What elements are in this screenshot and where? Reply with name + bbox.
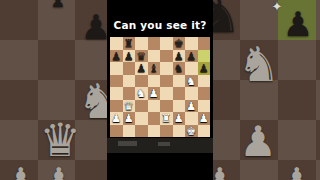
background-board-left <box>0 0 113 180</box>
square-f3[interactable] <box>173 100 186 113</box>
square-h6[interactable]: ♟ <box>198 62 211 75</box>
background-square <box>0 80 38 120</box>
square-e8[interactable] <box>160 37 173 50</box>
square-b1[interactable] <box>123 125 136 138</box>
square-d3[interactable] <box>148 100 161 113</box>
background-square <box>240 160 278 180</box>
square-g8[interactable] <box>185 37 198 50</box>
square-a2[interactable]: ♟ <box>110 112 123 125</box>
square-b4[interactable] <box>123 87 136 100</box>
square-g1[interactable]: ♚ <box>185 125 198 138</box>
square-a3[interactable] <box>110 100 123 113</box>
white-queen-piece: ♛ <box>123 100 136 113</box>
square-g5[interactable]: ♞ <box>185 75 198 88</box>
white-rook-piece: ♜ <box>160 112 173 125</box>
white-pawn-piece: ♟ <box>185 100 198 113</box>
background-square <box>38 120 76 160</box>
square-g3[interactable]: ♟ <box>185 100 198 113</box>
chess-board: ♜♚♟♟♛♟♟♟♝♞♟♞♞♟♛♟♟♟♜♟♟♚ <box>110 37 210 137</box>
square-e2[interactable]: ♜ <box>160 112 173 125</box>
white-knight-piece: ♞ <box>185 75 198 88</box>
square-a6[interactable] <box>110 62 123 75</box>
video-title: Can you see it? <box>107 19 213 31</box>
background-square <box>316 160 320 180</box>
square-a5[interactable] <box>110 75 123 88</box>
black-knight-piece: ♞ <box>173 62 186 75</box>
square-d1[interactable] <box>148 125 161 138</box>
square-e1[interactable] <box>160 125 173 138</box>
square-g6[interactable] <box>185 62 198 75</box>
square-e3[interactable] <box>160 100 173 113</box>
toolbar-marks-icon <box>158 142 170 146</box>
background-square <box>38 80 76 120</box>
square-d5[interactable] <box>148 75 161 88</box>
phone-video-frame: Can you see it? ♜♚♟♟♛♟♟♟♝♞♟♞♞♟♛♟♟♟♜♟♟♚ <box>107 0 213 180</box>
white-pawn-piece: ♟ <box>110 112 123 125</box>
video-frame: ♟♟♞♛♟♟♞♟✦♞♟♟♟ Can you see it? ♜♚♟♟♛♟♟♟♝♞… <box>0 0 320 180</box>
square-h8[interactable] <box>198 37 211 50</box>
square-a7[interactable]: ♟ <box>110 50 123 63</box>
square-g4[interactable] <box>185 87 198 100</box>
background-square <box>240 40 278 80</box>
square-e4[interactable] <box>160 87 173 100</box>
square-a4[interactable] <box>110 87 123 100</box>
square-f2[interactable]: ♟ <box>173 112 186 125</box>
white-pawn-piece: ♟ <box>198 112 211 125</box>
white-pawn-piece: ♟ <box>123 112 136 125</box>
black-pawn-piece: ♟ <box>198 62 211 75</box>
square-g7[interactable]: ♟ <box>185 50 198 63</box>
square-c6[interactable]: ♟ <box>135 62 148 75</box>
square-h2[interactable]: ♟ <box>198 112 211 125</box>
square-c1[interactable] <box>135 125 148 138</box>
background-board-right <box>202 0 320 180</box>
black-bishop-piece: ♝ <box>148 62 161 75</box>
square-f5[interactable] <box>173 75 186 88</box>
square-b6[interactable] <box>123 62 136 75</box>
bottom-bar <box>107 138 213 153</box>
square-h4[interactable] <box>198 87 211 100</box>
square-d8[interactable] <box>148 37 161 50</box>
square-e7[interactable] <box>160 50 173 63</box>
square-d7[interactable] <box>148 50 161 63</box>
background-square <box>0 160 38 180</box>
square-b5[interactable] <box>123 75 136 88</box>
background-square <box>278 80 316 120</box>
square-g2[interactable] <box>185 112 198 125</box>
white-pawn-piece: ♟ <box>148 87 161 100</box>
background-square <box>278 0 316 40</box>
square-f4[interactable] <box>173 87 186 100</box>
background-square <box>0 0 38 40</box>
square-c5[interactable] <box>135 75 148 88</box>
black-queen-piece: ♛ <box>135 50 148 63</box>
background-square <box>316 120 320 160</box>
white-king-piece: ♚ <box>185 125 198 138</box>
square-c3[interactable] <box>135 100 148 113</box>
square-d6[interactable]: ♝ <box>148 62 161 75</box>
background-square <box>278 120 316 160</box>
square-h7[interactable] <box>198 50 211 63</box>
black-pawn-piece: ♟ <box>123 50 136 63</box>
square-h1[interactable] <box>198 125 211 138</box>
background-square <box>278 160 316 180</box>
toolbar-marks-icon <box>118 141 137 146</box>
square-e6[interactable] <box>160 62 173 75</box>
square-b3[interactable]: ♛ <box>123 100 136 113</box>
black-pawn-piece: ♟ <box>135 62 148 75</box>
square-a1[interactable] <box>110 125 123 138</box>
square-c2[interactable] <box>135 112 148 125</box>
background-square <box>38 0 76 40</box>
background-square <box>240 0 278 40</box>
background-square <box>240 80 278 120</box>
black-pawn-piece: ♟ <box>110 50 123 63</box>
square-h5[interactable] <box>198 75 211 88</box>
black-pawn-piece: ♟ <box>185 50 198 63</box>
background-square <box>0 40 38 80</box>
white-pawn-piece: ♟ <box>173 112 186 125</box>
square-h3[interactable] <box>198 100 211 113</box>
square-d4[interactable]: ♟ <box>148 87 161 100</box>
square-f8[interactable]: ♚ <box>173 37 186 50</box>
square-b7[interactable]: ♟ <box>123 50 136 63</box>
background-square <box>316 0 320 40</box>
square-b8[interactable]: ♜ <box>123 37 136 50</box>
square-a8[interactable] <box>110 37 123 50</box>
background-square <box>316 40 320 80</box>
white-knight-piece: ♞ <box>135 87 148 100</box>
square-b2[interactable]: ♟ <box>123 112 136 125</box>
background-square <box>38 40 76 80</box>
background-square <box>240 120 278 160</box>
black-rook-piece: ♜ <box>123 37 136 50</box>
background-square <box>316 80 320 120</box>
square-c4[interactable]: ♞ <box>135 87 148 100</box>
square-f6[interactable]: ♞ <box>173 62 186 75</box>
square-c7[interactable]: ♛ <box>135 50 148 63</box>
square-c8[interactable] <box>135 37 148 50</box>
square-f7[interactable]: ♟ <box>173 50 186 63</box>
background-square <box>0 120 38 160</box>
black-king-piece: ♚ <box>173 37 186 50</box>
square-f1[interactable] <box>173 125 186 138</box>
background-square <box>278 40 316 80</box>
square-d2[interactable] <box>148 112 161 125</box>
background-square <box>38 160 76 180</box>
square-e5[interactable] <box>160 75 173 88</box>
black-pawn-piece: ♟ <box>173 50 186 63</box>
